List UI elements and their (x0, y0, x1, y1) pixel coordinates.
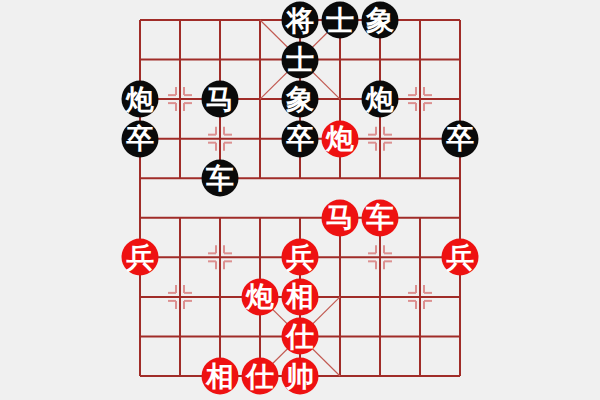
xiangqi-board[interactable]: 将士象士炮马象炮卒卒炮卒车马车兵兵兵炮相仕相仕帅 (0, 0, 600, 400)
piece-black-horse[interactable]: 马 (202, 81, 239, 118)
piece-red-general[interactable]: 帅 (282, 358, 319, 395)
piece-red-cannon[interactable]: 炮 (242, 278, 279, 315)
piece-red-elephant[interactable]: 相 (202, 358, 239, 395)
piece-black-advisor[interactable]: 士 (282, 41, 319, 78)
piece-red-soldier[interactable]: 兵 (282, 239, 319, 276)
pieces-layer: 将士象士炮马象炮卒卒炮卒车马车兵兵兵炮相仕相仕帅 (0, 0, 600, 400)
piece-black-soldier[interactable]: 卒 (122, 120, 159, 157)
piece-red-advisor[interactable]: 仕 (242, 358, 279, 395)
piece-black-cannon[interactable]: 炮 (122, 81, 159, 118)
piece-black-elephant[interactable]: 象 (282, 81, 319, 118)
piece-black-soldier[interactable]: 卒 (282, 120, 319, 157)
piece-red-soldier[interactable]: 兵 (442, 239, 479, 276)
piece-red-soldier[interactable]: 兵 (122, 239, 159, 276)
piece-black-elephant[interactable]: 象 (362, 2, 399, 39)
piece-black-general[interactable]: 将 (282, 2, 319, 39)
piece-black-soldier[interactable]: 卒 (442, 120, 479, 157)
piece-red-elephant[interactable]: 相 (282, 278, 319, 315)
piece-red-chariot[interactable]: 车 (362, 199, 399, 236)
piece-black-advisor[interactable]: 士 (322, 2, 359, 39)
piece-red-cannon[interactable]: 炮 (322, 120, 359, 157)
xiangqi-app: 将士象士炮马象炮卒卒炮卒车马车兵兵兵炮相仕相仕帅 (0, 0, 600, 400)
piece-black-chariot[interactable]: 车 (202, 160, 239, 197)
piece-black-cannon[interactable]: 炮 (362, 81, 399, 118)
piece-red-advisor[interactable]: 仕 (282, 318, 319, 355)
piece-red-horse[interactable]: 马 (322, 199, 359, 236)
